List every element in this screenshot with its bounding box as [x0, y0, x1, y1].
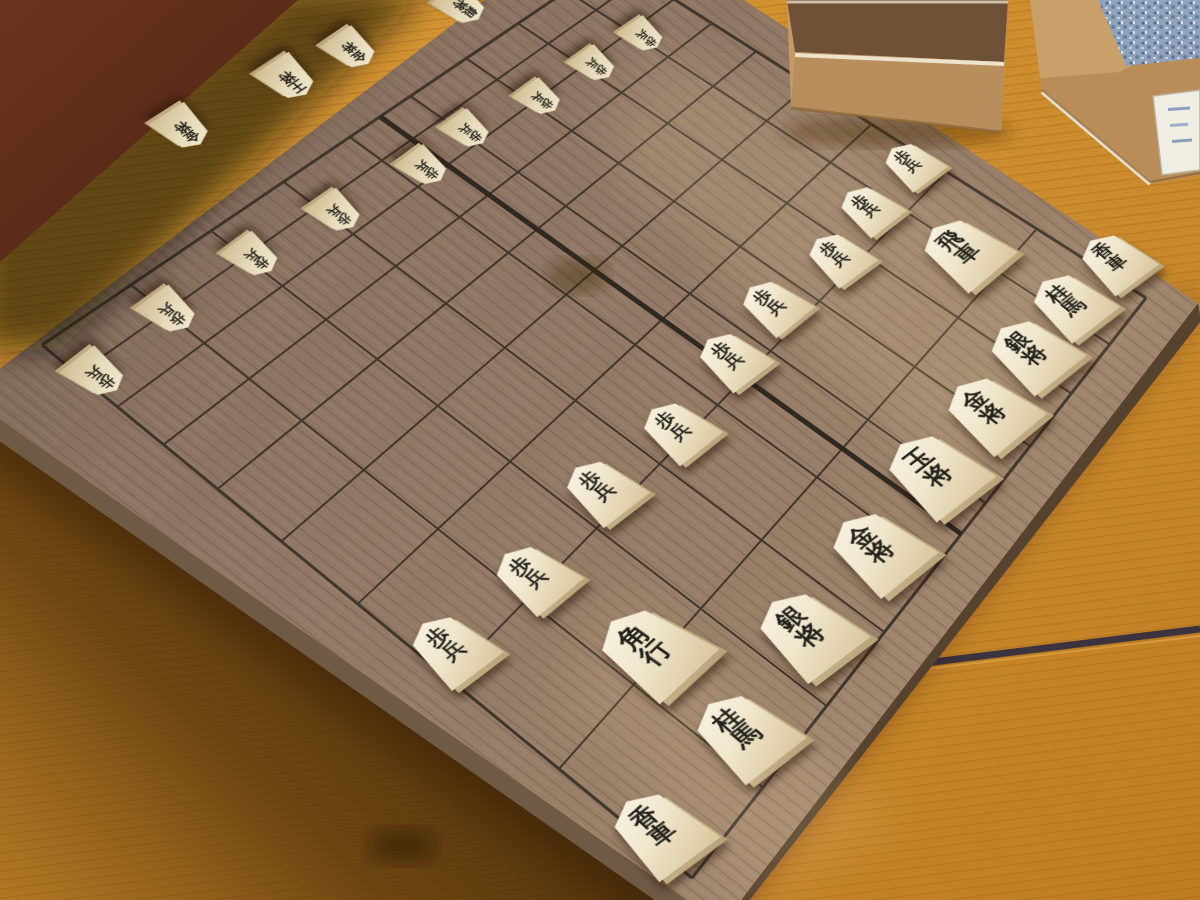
piece-kanji: 歩兵 — [413, 159, 442, 181]
shogi-piece-pawn-9c[interactable]: 歩兵 — [59, 346, 134, 404]
piece-face: 銀将 — [430, 0, 494, 30]
shogi-piece-rook-2h[interactable]: 飛車 — [908, 208, 1019, 294]
piece-kanji: 飛車 — [932, 227, 983, 267]
shogi-piece-pawn-6g[interactable]: 歩兵 — [630, 392, 723, 466]
shogi-piece-pawn-8g[interactable]: 歩兵 — [481, 535, 584, 618]
shogi-piece-pawn-1g[interactable]: 歩兵 — [874, 135, 948, 192]
piece-face: 金将 — [148, 102, 218, 156]
shogi-piece-gold-6a[interactable]: 金将 — [148, 102, 218, 156]
shogi-piece-gold-6i[interactable]: 金将 — [815, 499, 940, 599]
shogi-piece-king-5a[interactable]: 王将 — [254, 52, 325, 106]
piece-kanji: 王将 — [276, 69, 308, 94]
piece-face: 歩兵 — [552, 450, 650, 528]
shogi-piece-pawn-4g[interactable]: 歩兵 — [730, 272, 815, 339]
piece-face: 歩兵 — [59, 346, 134, 404]
piece-face: 歩兵 — [630, 392, 723, 466]
piece-kanji: 玉将 — [899, 444, 957, 491]
piece-face: 歩兵 — [566, 44, 622, 87]
piece-kanji: 銀将 — [771, 601, 830, 650]
piece-face: 歩兵 — [730, 272, 815, 339]
piece-kanji: 歩兵 — [529, 91, 555, 111]
piece-kanji: 桂馬 — [707, 704, 766, 753]
piece-kanji: 歩兵 — [504, 553, 552, 591]
piece-kanji: 金将 — [340, 41, 370, 64]
piece-kanji: 歩兵 — [633, 28, 658, 47]
piece-kanji: 歩兵 — [83, 364, 118, 391]
piece-face: 歩兵 — [134, 284, 206, 340]
piece-kanji: 香車 — [624, 801, 681, 849]
piece-kanji: 桂馬 — [1042, 282, 1089, 319]
piece-kanji: 歩兵 — [749, 287, 788, 318]
piece-face: 王将 — [254, 52, 325, 106]
piece-face: 歩兵 — [393, 144, 455, 191]
piece-kanji: 金将 — [170, 119, 202, 144]
shogi-piece-knight-8i[interactable]: 桂馬 — [678, 680, 807, 785]
shogi-piece-pawn-5g[interactable]: 歩兵 — [687, 323, 775, 393]
shogi-piece-pawn-9g[interactable]: 歩兵 — [396, 604, 503, 691]
shogi-piece-gold-4a[interactable]: 金将 — [319, 25, 384, 75]
piece-face: 歩兵 — [874, 135, 948, 192]
shogi-piece-pawn-4c[interactable]: 歩兵 — [438, 108, 498, 154]
piece-face: 歩兵 — [511, 77, 568, 121]
piece-kanji: 歩兵 — [421, 624, 470, 665]
shogi-piece-lance-9i[interactable]: 香車 — [596, 778, 721, 881]
piece-kanji: 銀将 — [450, 0, 479, 19]
piece-kanji: 金将 — [843, 521, 900, 567]
piece-kanji: 歩兵 — [584, 57, 610, 77]
piece-kanji: 歩兵 — [848, 191, 884, 219]
piece-face: 香車 — [596, 778, 721, 881]
piece-face: 歩兵 — [481, 535, 584, 618]
piece-face: 歩兵 — [616, 15, 671, 57]
piece-kanji: 歩兵 — [574, 467, 619, 503]
shogi-piece-pawn-5c[interactable]: 歩兵 — [393, 144, 455, 191]
shogi-piece-pawn-6c[interactable]: 歩兵 — [304, 188, 369, 239]
piece-kanji: 歩兵 — [157, 302, 190, 328]
piece-kanji: 銀将 — [1000, 327, 1052, 368]
piece-kanji: 歩兵 — [240, 247, 271, 271]
shogi-piece-pawn-1c[interactable]: 歩兵 — [616, 15, 671, 57]
piece-face: 飛車 — [908, 208, 1019, 294]
piece-kanji: 香車 — [1089, 241, 1131, 275]
piece-face: 金将 — [319, 25, 384, 75]
shogi-piece-pawn-8c[interactable]: 歩兵 — [134, 284, 206, 340]
piece-face: 銀将 — [741, 578, 871, 684]
shogi-piece-pawn-7c[interactable]: 歩兵 — [219, 231, 287, 283]
piece-kanji: 歩兵 — [891, 148, 925, 175]
piece-kanji: 歩兵 — [325, 204, 355, 228]
piece-kanji: 角行 — [611, 619, 676, 669]
piece-face: 桂馬 — [678, 680, 807, 785]
piece-face: 歩兵 — [396, 604, 503, 691]
shogi-piece-pawn-7g[interactable]: 歩兵 — [552, 450, 650, 528]
piece-face: 歩兵 — [687, 323, 775, 393]
shogi-piece-pawn-2c[interactable]: 歩兵 — [566, 44, 622, 87]
piece-kanji: 歩兵 — [457, 123, 484, 144]
piece-face: 歩兵 — [219, 231, 287, 283]
shogi-piece-silver-7i[interactable]: 銀将 — [741, 578, 871, 684]
piece-face: 角行 — [581, 594, 719, 705]
shogi-photo-scene: 香車桂馬銀将金将玉将金将銀将桂馬香車飛車角行歩兵歩兵歩兵歩兵歩兵歩兵歩兵歩兵歩兵… — [0, 0, 1200, 900]
piece-face: 金将 — [815, 499, 940, 599]
shogi-piece-pawn-3c[interactable]: 歩兵 — [511, 77, 568, 121]
piece-face: 歩兵 — [438, 108, 498, 154]
piece-kanji: 金将 — [957, 386, 1011, 428]
piece-kanji: 歩兵 — [651, 409, 694, 443]
piece-kanji: 歩兵 — [816, 239, 853, 269]
pieces-layer: 香車桂馬銀将金将玉将金将銀将桂馬香車飛車角行歩兵歩兵歩兵歩兵歩兵歩兵歩兵歩兵歩兵… — [0, 0, 1200, 900]
piece-kanji: 歩兵 — [707, 339, 748, 371]
shogi-piece-bishop-8h[interactable]: 角行 — [581, 594, 719, 705]
piece-face: 歩兵 — [304, 188, 369, 239]
shogi-piece-silver-3a[interactable]: 銀将 — [430, 0, 494, 30]
